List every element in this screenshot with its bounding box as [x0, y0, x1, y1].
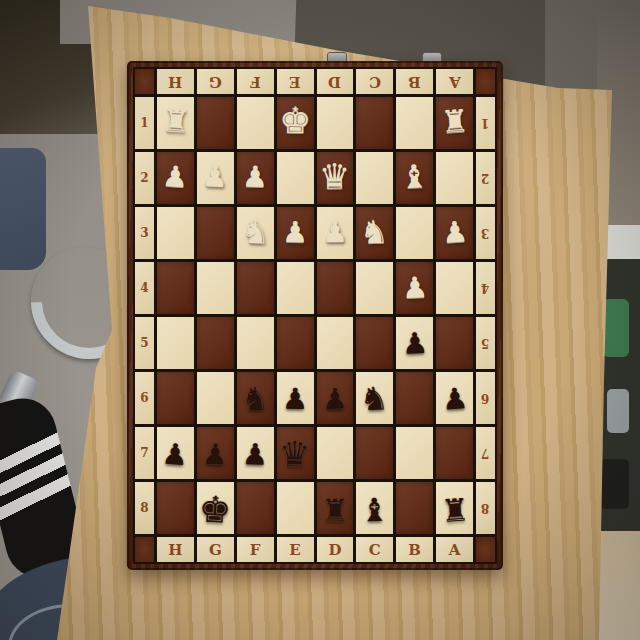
- file-label-bottom-H: H: [168, 541, 182, 559]
- black-pawn-d6[interactable]: ♟: [322, 384, 348, 413]
- square-e6[interactable]: ♟: [277, 372, 314, 424]
- square-b6[interactable]: [396, 372, 433, 424]
- black-pawn-e6[interactable]: ♟: [282, 384, 308, 413]
- square-h3[interactable]: [157, 207, 194, 259]
- board-corner-bottom-left: [135, 537, 154, 562]
- file-label-bottom-B: B: [408, 541, 421, 559]
- square-c3[interactable]: ♞: [356, 207, 393, 259]
- square-b3[interactable]: [396, 207, 433, 259]
- square-h1[interactable]: ♜: [157, 97, 194, 149]
- file-label-bottom-C: C: [369, 541, 381, 559]
- square-c7[interactable]: [356, 427, 393, 479]
- rank-label-right-2: 2: [481, 171, 489, 185]
- board-corner-top-left: [135, 69, 154, 94]
- file-plaque-bottom-D: D: [317, 537, 354, 562]
- rank-label-right-5: 5: [481, 336, 489, 350]
- square-a7[interactable]: [436, 427, 473, 479]
- square-f3[interactable]: ♞: [237, 207, 274, 259]
- square-c4[interactable]: [356, 262, 393, 314]
- square-b5[interactable]: ♟: [396, 317, 433, 369]
- rank-plaque-left-1: 1: [135, 97, 154, 149]
- file-label-bottom-E: E: [289, 541, 300, 559]
- rank-label-right-8: 8: [481, 501, 489, 515]
- file-label-bottom-D: D: [328, 541, 341, 559]
- square-a6[interactable]: ♟: [436, 372, 473, 424]
- chess-board[interactable]: HGFEDCBA1♜♚♜12♟♟♟♛♝23♞♟♟♞♟34♟45♟56♞♟♟♞♟6…: [127, 61, 503, 570]
- white-pawn-h2[interactable]: ♟: [162, 161, 190, 192]
- rank-plaque-right-3: 3: [476, 207, 495, 259]
- file-label-top-B: B: [408, 73, 421, 91]
- square-f5[interactable]: [237, 317, 274, 369]
- square-e5[interactable]: [277, 317, 314, 369]
- black-queen-e7[interactable]: ♛: [279, 437, 311, 472]
- rank-label-right-7: 7: [481, 446, 489, 460]
- square-f2[interactable]: ♟: [237, 152, 274, 204]
- white-pawn-e3[interactable]: ♟: [282, 218, 308, 247]
- white-rook-a1[interactable]: ♜: [439, 105, 469, 138]
- file-label-bottom-A: A: [449, 541, 461, 559]
- square-h4[interactable]: [157, 262, 194, 314]
- white-pawn-d3[interactable]: ♟: [322, 218, 348, 247]
- file-plaque-bottom-E: E: [277, 537, 314, 562]
- file-plaque-bottom-C: C: [356, 537, 393, 562]
- rank-plaque-left-2: 2: [135, 152, 154, 204]
- file-plaque-bottom-F: F: [237, 537, 274, 562]
- square-b2[interactable]: ♝: [396, 152, 433, 204]
- rank-plaque-right-2: 2: [476, 152, 495, 204]
- square-g5[interactable]: [197, 317, 234, 369]
- square-b7[interactable]: [396, 427, 433, 479]
- square-h8[interactable]: [157, 482, 194, 534]
- file-label-top-E: E: [289, 73, 300, 91]
- square-g1[interactable]: [197, 97, 234, 149]
- rank-label-right-4: 4: [481, 281, 489, 295]
- rank-plaque-left-7: 7: [135, 427, 154, 479]
- white-knight-c3[interactable]: ♞: [360, 216, 390, 249]
- square-c5[interactable]: [356, 317, 393, 369]
- square-d2[interactable]: ♛: [317, 152, 354, 204]
- black-rook-a8[interactable]: ♜: [440, 494, 470, 527]
- square-e2[interactable]: [277, 152, 314, 204]
- square-g8[interactable]: ♚: [197, 482, 234, 534]
- square-c2[interactable]: [356, 152, 393, 204]
- rank-label-right-3: 3: [481, 226, 489, 240]
- square-d6[interactable]: ♟: [317, 372, 354, 424]
- rank-label-left-5: 5: [140, 336, 148, 350]
- white-queen-d2[interactable]: ♛: [319, 159, 351, 194]
- rank-plaque-right-5: 5: [476, 317, 495, 369]
- square-a3[interactable]: ♟: [436, 207, 473, 259]
- square-e8[interactable]: [277, 482, 314, 534]
- file-plaque-bottom-A: A: [436, 537, 473, 562]
- file-label-top-G: G: [209, 73, 222, 91]
- white-pawn-a3[interactable]: ♟: [441, 217, 469, 248]
- square-g7[interactable]: ♟: [197, 427, 234, 479]
- file-plaque-top-E: E: [277, 69, 314, 94]
- square-a2[interactable]: [436, 152, 473, 204]
- rank-plaque-left-8: 8: [135, 482, 154, 534]
- square-a5[interactable]: [436, 317, 473, 369]
- black-king-g8[interactable]: ♚: [198, 491, 232, 529]
- file-label-top-H: H: [168, 73, 182, 91]
- file-plaque-bottom-G: G: [197, 537, 234, 562]
- overhead-photo-chess-scene: { "game": "chess", "position": { "fen": …: [0, 0, 640, 640]
- square-c8[interactable]: ♝: [356, 482, 393, 534]
- board-grid: HGFEDCBA1♜♚♜12♟♟♟♛♝23♞♟♟♞♟34♟45♟56♞♟♟♞♟6…: [135, 69, 495, 562]
- rank-label-left-8: 8: [140, 501, 148, 515]
- green-object: [603, 299, 629, 357]
- square-f8[interactable]: [237, 482, 274, 534]
- board-corner-top-right: [476, 69, 495, 94]
- square-b8[interactable]: [396, 482, 433, 534]
- white-knight-f3[interactable]: ♞: [240, 216, 270, 249]
- square-a4[interactable]: [436, 262, 473, 314]
- file-plaque-top-C: C: [356, 69, 393, 94]
- black-pawn-a6[interactable]: ♟: [441, 383, 469, 414]
- white-pawn-g2[interactable]: ♟: [202, 161, 229, 191]
- square-e7[interactable]: ♛: [277, 427, 314, 479]
- white-pawn-f2[interactable]: ♟: [242, 162, 269, 192]
- black-pawn-f7[interactable]: ♟: [242, 440, 269, 470]
- rank-label-left-7: 7: [140, 446, 148, 460]
- file-plaque-top-A: A: [436, 69, 473, 94]
- rank-label-left-6: 6: [140, 391, 148, 405]
- rank-plaque-left-4: 4: [135, 262, 154, 314]
- square-f7[interactable]: ♟: [237, 427, 274, 479]
- white-pawn-b4[interactable]: ♟: [401, 273, 428, 303]
- square-g2[interactable]: ♟: [197, 152, 234, 204]
- white-bishop-b2[interactable]: ♝: [399, 160, 429, 193]
- square-d1[interactable]: [317, 97, 354, 149]
- white-rook-h1[interactable]: ♜: [161, 105, 191, 138]
- square-e1[interactable]: ♚: [277, 97, 314, 149]
- square-b1[interactable]: [396, 97, 433, 149]
- file-label-top-C: C: [369, 73, 381, 91]
- file-plaque-top-H: H: [157, 69, 194, 94]
- square-d8[interactable]: ♜: [317, 482, 354, 534]
- square-f4[interactable]: [237, 262, 274, 314]
- file-label-bottom-G: G: [209, 541, 222, 559]
- rank-plaque-left-5: 5: [135, 317, 154, 369]
- black-knight-f6[interactable]: ♞: [240, 382, 270, 415]
- file-plaque-top-F: F: [237, 69, 274, 94]
- rank-plaque-right-1: 1: [476, 97, 495, 149]
- square-d3[interactable]: ♟: [317, 207, 354, 259]
- gray-object: [607, 389, 629, 433]
- square-g4[interactable]: [197, 262, 234, 314]
- file-label-top-D: D: [328, 73, 341, 91]
- square-d5[interactable]: [317, 317, 354, 369]
- black-rook-d8[interactable]: ♜: [321, 494, 349, 525]
- black-knight-c6[interactable]: ♞: [360, 382, 390, 415]
- rank-label-left-1: 1: [140, 116, 148, 130]
- black-pawn-h7[interactable]: ♟: [161, 439, 189, 470]
- rank-label-right-1: 1: [481, 116, 489, 130]
- board-corner-bottom-right: [476, 537, 495, 562]
- navy-object: [0, 148, 46, 270]
- rank-label-right-6: 6: [481, 391, 489, 405]
- file-plaque-top-B: B: [396, 69, 433, 94]
- square-h5[interactable]: [157, 317, 194, 369]
- rank-plaque-right-8: 8: [476, 482, 495, 534]
- square-f1[interactable]: [237, 97, 274, 149]
- square-g6[interactable]: [197, 372, 234, 424]
- shelf-floor: [597, 531, 640, 640]
- file-label-top-F: F: [250, 73, 261, 91]
- file-plaque-top-G: G: [197, 69, 234, 94]
- square-d7[interactable]: [317, 427, 354, 479]
- square-c6[interactable]: ♞: [356, 372, 393, 424]
- black-pawn-b5[interactable]: ♟: [401, 328, 428, 358]
- file-label-top-A: A: [449, 73, 461, 91]
- white-king-e1[interactable]: ♚: [279, 103, 312, 139]
- square-g3[interactable]: [197, 207, 234, 259]
- square-h7[interactable]: ♟: [157, 427, 194, 479]
- black-bishop-c8[interactable]: ♝: [360, 494, 390, 527]
- file-plaque-bottom-H: H: [157, 537, 194, 562]
- rank-plaque-left-6: 6: [135, 372, 154, 424]
- square-d4[interactable]: [317, 262, 354, 314]
- rank-label-left-4: 4: [140, 281, 148, 295]
- file-label-bottom-F: F: [250, 541, 261, 559]
- black-pawn-g7[interactable]: ♟: [202, 439, 229, 469]
- file-plaque-top-D: D: [317, 69, 354, 94]
- rank-plaque-left-3: 3: [135, 207, 154, 259]
- square-e4[interactable]: [277, 262, 314, 314]
- rank-label-left-2: 2: [140, 171, 148, 185]
- square-b4[interactable]: ♟: [396, 262, 433, 314]
- file-plaque-bottom-B: B: [396, 537, 433, 562]
- square-c1[interactable]: [356, 97, 393, 149]
- square-f6[interactable]: ♞: [237, 372, 274, 424]
- dark-object: [601, 459, 629, 509]
- square-a1[interactable]: ♜: [436, 97, 473, 149]
- rank-plaque-right-7: 7: [476, 427, 495, 479]
- square-h2[interactable]: ♟: [157, 152, 194, 204]
- rank-plaque-right-6: 6: [476, 372, 495, 424]
- square-a8[interactable]: ♜: [436, 482, 473, 534]
- square-e3[interactable]: ♟: [277, 207, 314, 259]
- rank-label-left-3: 3: [140, 226, 148, 240]
- rank-plaque-right-4: 4: [476, 262, 495, 314]
- square-h6[interactable]: [157, 372, 194, 424]
